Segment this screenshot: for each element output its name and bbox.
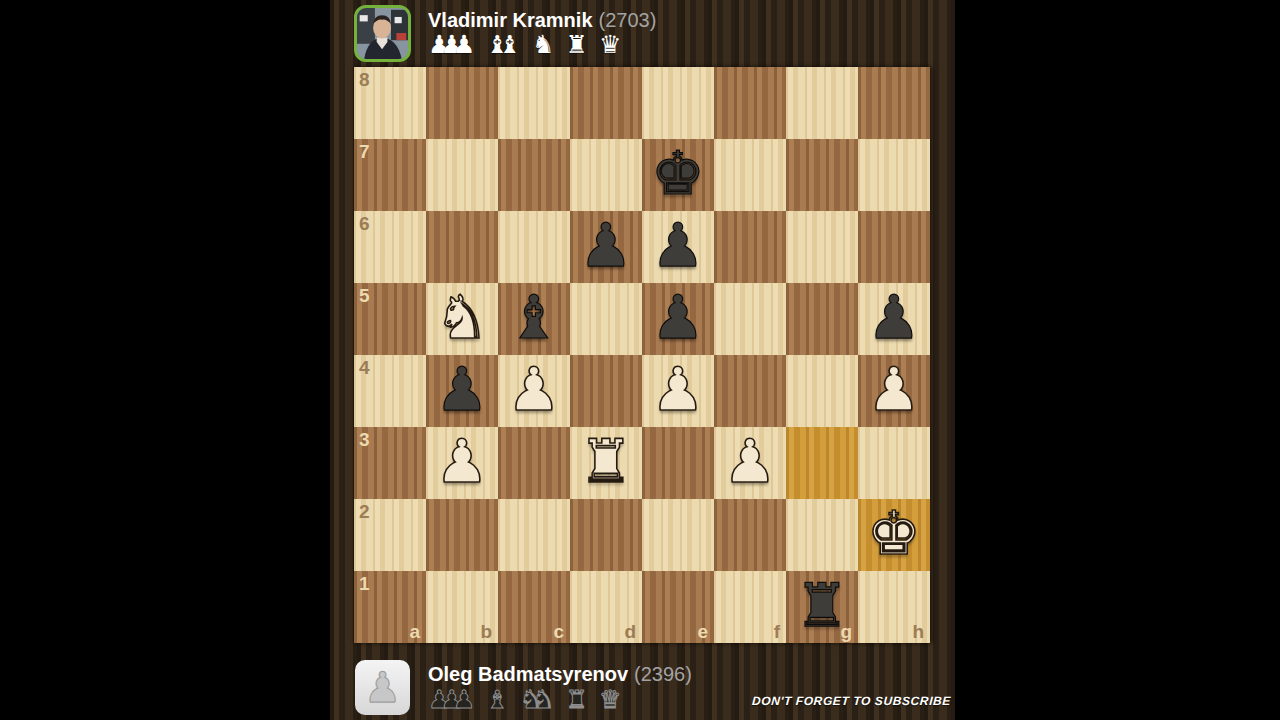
captured-white-pawn-icon: ♟ xyxy=(453,33,475,57)
wood-background: Vladimir Kramnik(2703) ♟♟♟♝♝♞♜♛ 87♚6♟♟5♞… xyxy=(330,0,955,720)
square-b3[interactable]: ♟ xyxy=(426,427,498,499)
square-c1[interactable]: c xyxy=(498,571,570,643)
square-a1[interactable]: 1a xyxy=(354,571,426,643)
captured-white-rook-icon: ♜ xyxy=(566,33,588,57)
piece-white-king-h2[interactable]: ♚ xyxy=(867,503,921,563)
square-b7[interactable] xyxy=(426,139,498,211)
letterbox-left xyxy=(0,0,330,720)
file-label-e: e xyxy=(697,622,708,641)
square-h1[interactable]: h xyxy=(858,571,930,643)
square-c2[interactable] xyxy=(498,499,570,571)
piece-black-bishop-c5[interactable]: ♝ xyxy=(507,287,561,347)
square-d1[interactable]: d xyxy=(570,571,642,643)
captured-white-bishop-icon: ♝ xyxy=(499,33,521,57)
square-e6[interactable]: ♟ xyxy=(642,211,714,283)
square-e1[interactable]: e xyxy=(642,571,714,643)
square-g7[interactable] xyxy=(786,139,858,211)
square-a6[interactable]: 6 xyxy=(354,211,426,283)
captured-group-rook-x1: ♜ xyxy=(566,688,588,712)
screenshot-root: Vladimir Kramnik(2703) ♟♟♟♝♝♞♜♛ 87♚6♟♟5♞… xyxy=(0,0,1280,720)
square-g8[interactable] xyxy=(786,67,858,139)
square-d2[interactable] xyxy=(570,499,642,571)
captured-black-knight-icon: ♞ xyxy=(532,688,554,712)
file-label-f: f xyxy=(774,622,780,641)
square-c8[interactable] xyxy=(498,67,570,139)
square-h2[interactable]: ♚ xyxy=(858,499,930,571)
square-h4[interactable]: ♟ xyxy=(858,355,930,427)
captured-black-queen-icon: ♛ xyxy=(599,688,621,712)
square-e5[interactable]: ♟ xyxy=(642,283,714,355)
top-player-avatar[interactable] xyxy=(354,5,411,62)
rank-label-7: 7 xyxy=(359,142,370,161)
piece-white-pawn-f3[interactable]: ♟ xyxy=(723,431,777,491)
square-a5[interactable]: 5 xyxy=(354,283,426,355)
file-label-c: c xyxy=(553,622,564,641)
square-g4[interactable] xyxy=(786,355,858,427)
square-a4[interactable]: 4 xyxy=(354,355,426,427)
square-g2[interactable] xyxy=(786,499,858,571)
captured-group-rook-x1: ♜ xyxy=(566,33,588,57)
piece-black-pawn-h5[interactable]: ♟ xyxy=(867,287,921,347)
captured-group-knight-x1: ♞ xyxy=(532,33,554,57)
square-g5[interactable] xyxy=(786,283,858,355)
captured-black-rook-icon: ♜ xyxy=(566,688,588,712)
square-d5[interactable] xyxy=(570,283,642,355)
piece-white-pawn-h4[interactable]: ♟ xyxy=(867,359,921,419)
captured-group-knight-x2: ♞♞ xyxy=(520,688,555,712)
piece-black-pawn-b4[interactable]: ♟ xyxy=(435,359,489,419)
top-player-name-row: Vladimir Kramnik(2703) xyxy=(428,9,656,32)
square-f7[interactable] xyxy=(714,139,786,211)
chess-board: 87♚6♟♟5♞♝♟♟4♟♟♟♟3♟♜♟2♚1abcdefg♜h xyxy=(354,67,930,643)
piece-white-pawn-e4[interactable]: ♟ xyxy=(651,359,705,419)
square-f1[interactable]: f xyxy=(714,571,786,643)
square-f6[interactable] xyxy=(714,211,786,283)
square-h7[interactable] xyxy=(858,139,930,211)
captured-white-queen-icon: ♛ xyxy=(599,33,621,57)
piece-white-pawn-c4[interactable]: ♟ xyxy=(507,359,561,419)
piece-black-pawn-e5[interactable]: ♟ xyxy=(651,287,705,347)
square-c7[interactable] xyxy=(498,139,570,211)
square-b4[interactable]: ♟ xyxy=(426,355,498,427)
captured-black-bishop-icon: ♝ xyxy=(486,688,508,712)
square-f3[interactable]: ♟ xyxy=(714,427,786,499)
square-g6[interactable] xyxy=(786,211,858,283)
piece-white-rook-d3[interactable]: ♜ xyxy=(579,431,633,491)
captured-group-queen-x1: ♛ xyxy=(599,688,621,712)
square-g1[interactable]: g♜ xyxy=(786,571,858,643)
square-d7[interactable] xyxy=(570,139,642,211)
file-label-h: h xyxy=(912,622,924,641)
square-h6[interactable] xyxy=(858,211,930,283)
captured-group-pawn-x3: ♟♟♟ xyxy=(428,688,475,712)
piece-black-pawn-e6[interactable]: ♟ xyxy=(651,215,705,275)
square-f2[interactable] xyxy=(714,499,786,571)
square-f8[interactable] xyxy=(714,67,786,139)
letterbox-right xyxy=(955,0,1280,720)
rank-label-4: 4 xyxy=(359,358,370,377)
square-f5[interactable] xyxy=(714,283,786,355)
captured-group-pawn-x3: ♟♟♟ xyxy=(428,33,475,57)
square-e3[interactable] xyxy=(642,427,714,499)
rank-label-3: 3 xyxy=(359,430,370,449)
captured-group-bishop-x1: ♝ xyxy=(486,688,508,712)
top-captured-pieces: ♟♟♟♝♝♞♜♛ xyxy=(428,33,632,57)
bottom-captured-pieces: ♟♟♟♝♞♞♜♛ xyxy=(428,688,632,712)
square-a2[interactable]: 2 xyxy=(354,499,426,571)
white-pawn-avatar-icon: ♟ xyxy=(364,667,402,709)
square-d3[interactable]: ♜ xyxy=(570,427,642,499)
square-h8[interactable] xyxy=(858,67,930,139)
square-b8[interactable] xyxy=(426,67,498,139)
square-h3[interactable] xyxy=(858,427,930,499)
bottom-player-avatar[interactable]: ♟ xyxy=(355,660,410,715)
bottom-player-rating: (2396) xyxy=(634,663,692,685)
square-a8[interactable]: 8 xyxy=(354,67,426,139)
captured-group-queen-x1: ♛ xyxy=(599,33,621,57)
square-d4[interactable] xyxy=(570,355,642,427)
square-b1[interactable]: b xyxy=(426,571,498,643)
file-label-d: d xyxy=(624,622,636,641)
square-b2[interactable] xyxy=(426,499,498,571)
top-player-name: Vladimir Kramnik xyxy=(428,9,593,31)
top-player-rating: (2703) xyxy=(599,9,657,31)
square-e4[interactable]: ♟ xyxy=(642,355,714,427)
piece-black-rook-g1[interactable]: ♜ xyxy=(795,575,849,635)
captured-white-knight-icon: ♞ xyxy=(532,33,554,57)
subscribe-caption: DON'T FORGET TO SUBSCRIBE xyxy=(752,694,933,708)
square-d6[interactable]: ♟ xyxy=(570,211,642,283)
square-a7[interactable]: 7 xyxy=(354,139,426,211)
square-g3[interactable] xyxy=(786,427,858,499)
rank-label-2: 2 xyxy=(359,502,370,521)
bottom-player-name: Oleg Badmatsyrenov xyxy=(428,663,628,685)
file-label-a: a xyxy=(409,622,420,641)
square-c6[interactable] xyxy=(498,211,570,283)
rank-label-6: 6 xyxy=(359,214,370,233)
kramnik-photo xyxy=(357,8,408,59)
file-label-b: b xyxy=(480,622,492,641)
square-d8[interactable] xyxy=(570,67,642,139)
square-h5[interactable]: ♟ xyxy=(858,283,930,355)
captured-group-bishop-x2: ♝♝ xyxy=(486,33,521,57)
piece-white-knight-b5[interactable]: ♞ xyxy=(435,287,489,347)
square-c5[interactable]: ♝ xyxy=(498,283,570,355)
square-c4[interactable]: ♟ xyxy=(498,355,570,427)
square-b6[interactable] xyxy=(426,211,498,283)
rank-label-1: 1 xyxy=(359,574,370,593)
piece-black-king-e7[interactable]: ♚ xyxy=(651,143,705,203)
square-c3[interactable] xyxy=(498,427,570,499)
square-e2[interactable] xyxy=(642,499,714,571)
rank-label-5: 5 xyxy=(359,286,370,305)
piece-black-pawn-d6[interactable]: ♟ xyxy=(579,215,633,275)
piece-white-pawn-b3[interactable]: ♟ xyxy=(435,431,489,491)
square-e8[interactable] xyxy=(642,67,714,139)
square-e7[interactable]: ♚ xyxy=(642,139,714,211)
rank-label-8: 8 xyxy=(359,70,370,89)
captured-black-pawn-icon: ♟ xyxy=(453,688,475,712)
square-b5[interactable]: ♞ xyxy=(426,283,498,355)
square-a3[interactable]: 3 xyxy=(354,427,426,499)
bottom-player-name-row: Oleg Badmatsyrenov(2396) xyxy=(428,663,692,686)
square-f4[interactable] xyxy=(714,355,786,427)
